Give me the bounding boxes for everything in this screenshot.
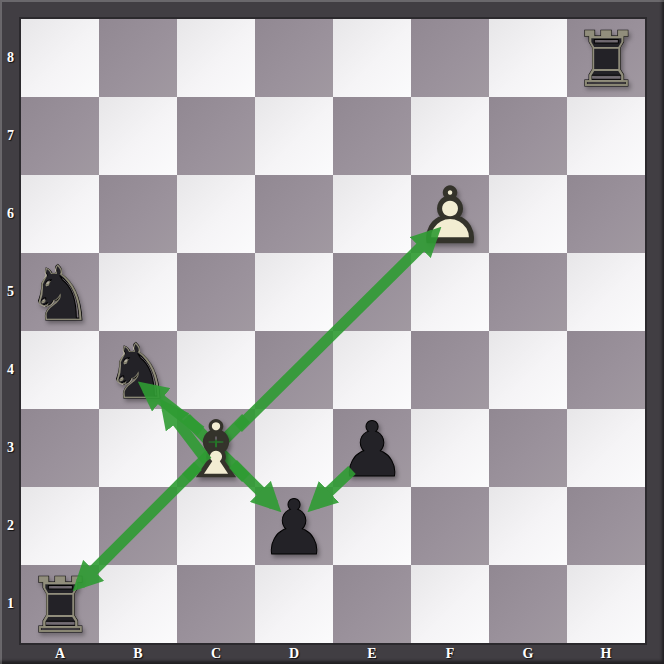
square-h7[interactable]: [567, 97, 645, 175]
square-a2[interactable]: [21, 487, 99, 565]
square-e7[interactable]: [333, 97, 411, 175]
white-pawn-detail: ♙: [411, 175, 489, 253]
rank-label-3: 3: [0, 409, 21, 487]
rank-label-5: 5: [0, 253, 21, 331]
square-d7[interactable]: [255, 97, 333, 175]
piece-black-knight-b4[interactable]: ♞♘: [99, 331, 177, 409]
square-b2[interactable]: [99, 487, 177, 565]
white-bishop-detail: ♗: [177, 409, 255, 487]
square-h5[interactable]: [567, 253, 645, 331]
piece-black-pawn-e3[interactable]: ♟: [333, 409, 411, 487]
square-d3[interactable]: [255, 409, 333, 487]
square-h6[interactable]: [567, 175, 645, 253]
square-f2[interactable]: [411, 487, 489, 565]
square-d6[interactable]: [255, 175, 333, 253]
black-knight-detail: ♘: [21, 253, 99, 331]
piece-black-rook-h8[interactable]: ♜♖: [567, 19, 645, 97]
black-rook-detail: ♖: [21, 565, 99, 643]
square-e1[interactable]: [333, 565, 411, 643]
square-h2[interactable]: [567, 487, 645, 565]
chess-board-frame: 87654321 ABCDEFGH ♜♖♟♙♞♘♞♘♝♗♟♟♜♖: [0, 0, 664, 664]
square-h3[interactable]: [567, 409, 645, 487]
black-rook-detail: ♖: [567, 19, 645, 97]
square-c8[interactable]: [177, 19, 255, 97]
square-g3[interactable]: [489, 409, 567, 487]
square-c2[interactable]: [177, 487, 255, 565]
file-label-c: C: [177, 643, 255, 664]
square-f4[interactable]: [411, 331, 489, 409]
square-h1[interactable]: [567, 565, 645, 643]
square-a8[interactable]: [21, 19, 99, 97]
square-b8[interactable]: [99, 19, 177, 97]
square-d5[interactable]: [255, 253, 333, 331]
square-c1[interactable]: [177, 565, 255, 643]
square-a3[interactable]: [21, 409, 99, 487]
piece-black-knight-a5[interactable]: ♞♘: [21, 253, 99, 331]
rank-label-1: 1: [0, 565, 21, 643]
square-f1[interactable]: [411, 565, 489, 643]
file-label-e: E: [333, 643, 411, 664]
square-f7[interactable]: [411, 97, 489, 175]
square-e2[interactable]: [333, 487, 411, 565]
square-f3[interactable]: [411, 409, 489, 487]
square-d4[interactable]: [255, 331, 333, 409]
square-c7[interactable]: [177, 97, 255, 175]
square-a4[interactable]: [21, 331, 99, 409]
square-e5[interactable]: [333, 253, 411, 331]
square-b7[interactable]: [99, 97, 177, 175]
square-c6[interactable]: [177, 175, 255, 253]
piece-black-pawn-d2[interactable]: ♟: [255, 487, 333, 565]
square-h4[interactable]: [567, 331, 645, 409]
square-a7[interactable]: [21, 97, 99, 175]
file-label-d: D: [255, 643, 333, 664]
square-b6[interactable]: [99, 175, 177, 253]
rank-label-8: 8: [0, 19, 21, 97]
piece-black-rook-a1[interactable]: ♜♖: [21, 565, 99, 643]
square-d1[interactable]: [255, 565, 333, 643]
square-f5[interactable]: [411, 253, 489, 331]
square-g6[interactable]: [489, 175, 567, 253]
square-g2[interactable]: [489, 487, 567, 565]
square-f8[interactable]: [411, 19, 489, 97]
rank-label-4: 4: [0, 331, 21, 409]
piece-white-pawn-f6[interactable]: ♟♙: [411, 175, 489, 253]
square-d8[interactable]: [255, 19, 333, 97]
black-pawn-glyph: ♟: [255, 487, 333, 565]
square-c4[interactable]: [177, 331, 255, 409]
square-c5[interactable]: [177, 253, 255, 331]
file-label-g: G: [489, 643, 567, 664]
rank-label-7: 7: [0, 97, 21, 175]
square-b5[interactable]: [99, 253, 177, 331]
square-b1[interactable]: [99, 565, 177, 643]
square-b3[interactable]: [99, 409, 177, 487]
square-e8[interactable]: [333, 19, 411, 97]
rank-label-6: 6: [0, 175, 21, 253]
square-g1[interactable]: [489, 565, 567, 643]
square-g7[interactable]: [489, 97, 567, 175]
black-knight-detail: ♘: [99, 331, 177, 409]
file-label-b: B: [99, 643, 177, 664]
square-a6[interactable]: [21, 175, 99, 253]
square-g5[interactable]: [489, 253, 567, 331]
file-label-f: F: [411, 643, 489, 664]
file-label-h: H: [567, 643, 645, 664]
square-e6[interactable]: [333, 175, 411, 253]
black-pawn-glyph: ♟: [333, 409, 411, 487]
square-g4[interactable]: [489, 331, 567, 409]
square-g8[interactable]: [489, 19, 567, 97]
square-e4[interactable]: [333, 331, 411, 409]
piece-white-bishop-c3[interactable]: ♝♗: [177, 409, 255, 487]
rank-label-2: 2: [0, 487, 21, 565]
